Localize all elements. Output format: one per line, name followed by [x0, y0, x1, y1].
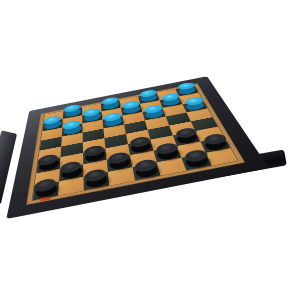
- square-h1: [206, 148, 238, 165]
- square-g3: [173, 131, 200, 146]
- black-piece: [85, 173, 107, 189]
- black-piece: [183, 154, 209, 169]
- black-piece: [85, 150, 105, 164]
- square-d1: [108, 167, 135, 185]
- checkers-photo-scene: [0, 0, 296, 296]
- black-piece: [134, 164, 158, 179]
- square-a1: [33, 182, 59, 201]
- blue-piece: [144, 109, 164, 120]
- square-e1: [132, 163, 160, 181]
- square-b2: [59, 164, 83, 181]
- board-margin: [26, 83, 245, 205]
- board-grid: [33, 86, 238, 201]
- square-c1: [84, 172, 110, 190]
- board-frame: [6, 76, 269, 219]
- square-f1: [157, 158, 186, 176]
- checkers-board: [0, 7, 253, 260]
